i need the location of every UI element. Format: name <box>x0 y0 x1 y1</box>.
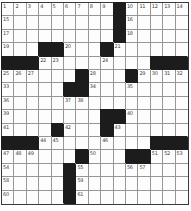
clue-number: 54 <box>3 164 9 170</box>
cell-r14c8[interactable] <box>89 177 101 190</box>
clue-number: 35 <box>127 83 133 89</box>
cell-r7c10[interactable] <box>114 83 126 96</box>
cell-r13c1[interactable]: 54 <box>2 164 14 177</box>
clue-number: 37 <box>65 97 71 103</box>
cell-r10c15[interactable] <box>176 124 188 137</box>
cell-r3c13[interactable] <box>151 30 163 43</box>
cell-r14c1[interactable]: 58 <box>2 177 14 190</box>
black-cell-r15c6 <box>64 191 76 204</box>
clue-number: 39 <box>3 110 9 116</box>
black-cell-r11c2 <box>14 137 26 150</box>
cell-r11c6[interactable] <box>64 137 76 150</box>
cell-r11c11[interactable] <box>126 137 138 150</box>
clue-number: 58 <box>3 177 9 183</box>
cell-r5c4[interactable]: 22 <box>39 57 51 70</box>
clue-number: 2 <box>15 3 18 9</box>
cell-r3c12[interactable] <box>138 30 150 43</box>
cell-r3c14[interactable] <box>163 30 175 43</box>
cell-r15c9[interactable] <box>101 191 113 204</box>
black-cell-r13c6 <box>64 164 76 177</box>
black-cell-r11c14 <box>163 137 175 150</box>
cell-r13c7[interactable]: 55 <box>76 164 88 177</box>
cell-r12c5[interactable] <box>52 150 64 163</box>
cell-r10c13[interactable] <box>151 124 163 137</box>
clue-number: 43 <box>115 124 121 130</box>
cell-r13c10[interactable] <box>114 164 126 177</box>
cell-r4c13[interactable] <box>151 43 163 56</box>
cell-r2c2[interactable] <box>14 16 26 29</box>
black-cell-r4c9 <box>101 43 113 56</box>
cell-r9c6[interactable] <box>64 110 76 123</box>
cell-r11c9[interactable]: 46 <box>101 137 113 150</box>
cell-r2c12[interactable] <box>138 16 150 29</box>
clue-number: 26 <box>15 70 21 76</box>
cell-r13c11[interactable]: 56 <box>126 164 138 177</box>
cell-r7c12[interactable] <box>138 83 150 96</box>
crossword-grid: 1234567891011121314151617181920212223242… <box>1 2 189 205</box>
cell-r9c4[interactable] <box>39 110 51 123</box>
clue-number: 31 <box>164 70 170 76</box>
cell-r10c6[interactable]: 42 <box>64 124 76 137</box>
cell-r15c4[interactable] <box>39 191 51 204</box>
cell-r2c9[interactable] <box>101 16 113 29</box>
black-cell-r9c9 <box>101 110 113 123</box>
cell-r10c7[interactable] <box>76 124 88 137</box>
cell-r15c11[interactable] <box>126 191 138 204</box>
cell-r9c15[interactable] <box>176 110 188 123</box>
cell-r9c1[interactable]: 39 <box>2 110 14 123</box>
cell-r10c10[interactable]: 43 <box>114 124 126 137</box>
cell-r14c2[interactable] <box>14 177 26 190</box>
cell-r6c1[interactable]: 25 <box>2 70 14 83</box>
cell-r2c11[interactable]: 16 <box>126 16 138 29</box>
cell-r13c15[interactable] <box>176 164 188 177</box>
clue-number: 50 <box>90 150 96 156</box>
black-cell-r11c15 <box>176 137 188 150</box>
cell-r8c12[interactable] <box>138 97 150 110</box>
cell-r4c11[interactable] <box>126 43 138 56</box>
cell-r1c1[interactable]: 1 <box>2 3 14 16</box>
cell-r3c9[interactable] <box>101 30 113 43</box>
black-cell-r6c7 <box>76 70 88 83</box>
cell-r12c15[interactable]: 53 <box>176 150 188 163</box>
cell-r4c14[interactable] <box>163 43 175 56</box>
cell-r7c15[interactable] <box>176 83 188 96</box>
cell-r3c8[interactable] <box>89 30 101 43</box>
clue-number: 44 <box>40 137 46 143</box>
cell-r15c1[interactable]: 60 <box>2 191 14 204</box>
clue-number: 19 <box>3 43 9 49</box>
clue-number: 11 <box>139 3 145 9</box>
cell-r9c2[interactable] <box>14 110 26 123</box>
clue-number: 45 <box>53 137 59 143</box>
cell-r7c5[interactable] <box>52 83 64 96</box>
clue-number: 51 <box>152 150 158 156</box>
clue-number: 18 <box>127 30 133 36</box>
cell-r15c3[interactable] <box>27 191 39 204</box>
cell-r14c11[interactable] <box>126 177 138 190</box>
cell-r1c3[interactable]: 3 <box>27 3 39 16</box>
cell-r8c14[interactable] <box>163 97 175 110</box>
cell-r1c5[interactable]: 5 <box>52 3 64 16</box>
cell-r6c3[interactable]: 27 <box>27 70 39 83</box>
cell-r13c8[interactable] <box>89 164 101 177</box>
cell-r1c13[interactable]: 12 <box>151 3 163 16</box>
clue-number: 22 <box>40 57 46 63</box>
black-cell-r11c1 <box>2 137 14 150</box>
cell-r15c15[interactable] <box>176 191 188 204</box>
cell-r12c13[interactable]: 51 <box>151 150 163 163</box>
cell-r10c3[interactable] <box>27 124 39 137</box>
cell-r15c7[interactable]: 61 <box>76 191 88 204</box>
cell-r8c5[interactable] <box>52 97 64 110</box>
cell-r14c5[interactable] <box>52 177 64 190</box>
cell-r1c14[interactable]: 13 <box>163 3 175 16</box>
clue-number: 47 <box>3 150 9 156</box>
clue-number: 20 <box>65 43 71 49</box>
clue-number: 59 <box>77 177 83 183</box>
cell-r10c11[interactable] <box>126 124 138 137</box>
clue-number: 56 <box>127 164 133 170</box>
cell-r4c15[interactable] <box>176 43 188 56</box>
black-cell-r14c6 <box>64 177 76 190</box>
cell-r6c4[interactable] <box>39 70 51 83</box>
cell-r2c4[interactable] <box>39 16 51 29</box>
cell-r9c8[interactable] <box>89 110 101 123</box>
cell-r14c9[interactable] <box>101 177 113 190</box>
clue-number: 48 <box>15 150 21 156</box>
clue-number: 21 <box>115 43 121 49</box>
black-cell-r12c12 <box>138 150 150 163</box>
clue-number: 46 <box>102 137 108 143</box>
cell-r8c1[interactable]: 36 <box>2 97 14 110</box>
cell-r5c7[interactable] <box>76 57 88 70</box>
black-cell-r11c13 <box>151 137 163 150</box>
clue-number: 17 <box>3 30 9 36</box>
cell-r12c10[interactable] <box>114 150 126 163</box>
cell-r6c6[interactable] <box>64 70 76 83</box>
clue-number: 30 <box>152 70 158 76</box>
cell-r6c9[interactable] <box>101 70 113 83</box>
black-cell-r5c2 <box>14 57 26 70</box>
cell-r8c15[interactable] <box>176 97 188 110</box>
clue-number: 61 <box>77 191 83 197</box>
clue-number: 25 <box>3 70 9 76</box>
black-cell-r7c6 <box>64 83 76 96</box>
cell-r4c1[interactable]: 19 <box>2 43 14 56</box>
black-cell-r11c3 <box>27 137 39 150</box>
clue-number: 41 <box>3 124 9 130</box>
clue-number: 29 <box>139 70 145 76</box>
clue-number: 16 <box>127 16 133 22</box>
cell-r1c9[interactable]: 9 <box>101 3 113 16</box>
black-cell-r5c14 <box>163 57 175 70</box>
cell-r8c3[interactable] <box>27 97 39 110</box>
cell-r2c15[interactable] <box>176 16 188 29</box>
black-cell-r4c4 <box>39 43 51 56</box>
cell-r13c13[interactable] <box>151 164 163 177</box>
cell-r13c3[interactable] <box>27 164 39 177</box>
clue-number: 32 <box>177 70 183 76</box>
cell-r1c15[interactable]: 14 <box>176 3 188 16</box>
cell-r5c6[interactable] <box>64 57 76 70</box>
clue-number: 34 <box>90 83 96 89</box>
clue-number: 33 <box>3 83 9 89</box>
black-cell-r1c10 <box>114 3 126 16</box>
cell-r7c8[interactable]: 34 <box>89 83 101 96</box>
cell-r13c2[interactable] <box>14 164 26 177</box>
black-cell-r5c3 <box>27 57 39 70</box>
clue-number: 3 <box>28 3 31 9</box>
cell-r15c2[interactable] <box>14 191 26 204</box>
clue-number: 4 <box>40 3 43 9</box>
cell-r1c12[interactable]: 11 <box>138 3 150 16</box>
cell-r13c9[interactable] <box>101 164 113 177</box>
cell-r10c4[interactable] <box>39 124 51 137</box>
cell-r10c14[interactable] <box>163 124 175 137</box>
cell-r5c8[interactable] <box>89 57 101 70</box>
cell-r4c10[interactable]: 21 <box>114 43 126 56</box>
cell-r10c8[interactable] <box>89 124 101 137</box>
cell-r7c13[interactable] <box>151 83 163 96</box>
black-cell-r2c10 <box>114 16 126 29</box>
cell-r12c4[interactable] <box>39 150 51 163</box>
clue-number: 5 <box>53 3 56 9</box>
cell-r12c8[interactable]: 50 <box>89 150 101 163</box>
cell-r9c12[interactable] <box>138 110 150 123</box>
cell-r9c5[interactable] <box>52 110 64 123</box>
cell-r8c11[interactable] <box>126 97 138 110</box>
cell-r13c14[interactable] <box>163 164 175 177</box>
cell-r4c3[interactable] <box>27 43 39 56</box>
clue-number: 42 <box>65 124 71 130</box>
cell-r3c15[interactable] <box>176 30 188 43</box>
cell-r12c2[interactable]: 48 <box>14 150 26 163</box>
cell-r6c10[interactable] <box>114 70 126 83</box>
cell-r1c6[interactable]: 6 <box>64 3 76 16</box>
cell-r15c8[interactable] <box>89 191 101 204</box>
cell-r12c14[interactable]: 52 <box>163 150 175 163</box>
clue-number: 27 <box>28 70 34 76</box>
cell-r7c3[interactable] <box>27 83 39 96</box>
cell-r14c7[interactable]: 59 <box>76 177 88 190</box>
cell-r12c3[interactable]: 49 <box>27 150 39 163</box>
cell-r1c7[interactable]: 7 <box>76 3 88 16</box>
cell-r4c7[interactable] <box>76 43 88 56</box>
black-cell-r4c5 <box>52 43 64 56</box>
cell-r3c1[interactable]: 17 <box>2 30 14 43</box>
cell-r2c13[interactable] <box>151 16 163 29</box>
clue-number: 36 <box>3 97 9 103</box>
cell-r3c11[interactable]: 18 <box>126 30 138 43</box>
cell-r13c5[interactable] <box>52 164 64 177</box>
cell-r1c8[interactable]: 8 <box>89 3 101 16</box>
cell-r14c12[interactable] <box>138 177 150 190</box>
cell-r15c14[interactable] <box>163 191 175 204</box>
cell-r8c13[interactable] <box>151 97 163 110</box>
clue-number: 40 <box>127 110 133 116</box>
clue-number: 60 <box>3 191 9 197</box>
clue-number: 14 <box>177 3 183 9</box>
cell-r7c4[interactable] <box>39 83 51 96</box>
cell-r3c3[interactable] <box>27 30 39 43</box>
cell-r6c12[interactable]: 29 <box>138 70 150 83</box>
black-cell-r10c5 <box>52 124 64 137</box>
clue-number: 57 <box>139 164 145 170</box>
cell-r11c7[interactable] <box>76 137 88 150</box>
cell-r2c14[interactable] <box>163 16 175 29</box>
cell-r8c4[interactable] <box>39 97 51 110</box>
cell-r11c5[interactable]: 45 <box>52 137 64 150</box>
clue-number: 7 <box>77 3 80 9</box>
cell-r7c11[interactable]: 35 <box>126 83 138 96</box>
cell-r14c4[interactable] <box>39 177 51 190</box>
cell-r4c6[interactable]: 20 <box>64 43 76 56</box>
cell-r9c3[interactable] <box>27 110 39 123</box>
cell-r7c9[interactable] <box>101 83 113 96</box>
clue-number: 8 <box>90 3 93 9</box>
cell-r5c9[interactable]: 24 <box>101 57 113 70</box>
cell-r15c13[interactable] <box>151 191 163 204</box>
cell-r10c12[interactable] <box>138 124 150 137</box>
cell-r2c6[interactable] <box>64 16 76 29</box>
cell-r13c12[interactable]: 57 <box>138 164 150 177</box>
clue-number: 23 <box>53 57 59 63</box>
cell-r6c2[interactable]: 26 <box>14 70 26 83</box>
cell-r14c15[interactable] <box>176 177 188 190</box>
cell-r11c4[interactable]: 44 <box>39 137 51 150</box>
cell-r7c2[interactable] <box>14 83 26 96</box>
cell-r9c14[interactable] <box>163 110 175 123</box>
clue-number: 13 <box>164 3 170 9</box>
cell-r10c1[interactable]: 41 <box>2 124 14 137</box>
cell-r7c14[interactable] <box>163 83 175 96</box>
cell-r10c2[interactable] <box>14 124 26 137</box>
cell-r14c13[interactable] <box>151 177 163 190</box>
black-cell-r7c7 <box>76 83 88 96</box>
cell-r7c1[interactable]: 33 <box>2 83 14 96</box>
cell-r6c14[interactable]: 31 <box>163 70 175 83</box>
clue-number: 15 <box>3 16 9 22</box>
cell-r6c13[interactable]: 30 <box>151 70 163 83</box>
cell-r6c15[interactable]: 32 <box>176 70 188 83</box>
cell-r12c1[interactable]: 47 <box>2 150 14 163</box>
black-cell-r12c11 <box>126 150 138 163</box>
black-cell-r5c1 <box>2 57 14 70</box>
cell-r9c11[interactable]: 40 <box>126 110 138 123</box>
cell-r2c3[interactable] <box>27 16 39 29</box>
cell-r1c4[interactable]: 4 <box>39 3 51 16</box>
cell-r3c2[interactable] <box>14 30 26 43</box>
cell-r12c6[interactable] <box>64 150 76 163</box>
cell-r15c12[interactable] <box>138 191 150 204</box>
cell-r15c5[interactable] <box>52 191 64 204</box>
black-cell-r3c10 <box>114 30 126 43</box>
cell-r5c12[interactable] <box>138 57 150 70</box>
cell-r4c8[interactable] <box>89 43 101 56</box>
cell-r12c9[interactable] <box>101 150 113 163</box>
cell-r8c7[interactable]: 38 <box>76 97 88 110</box>
clue-number: 10 <box>127 3 133 9</box>
cell-r14c10[interactable] <box>114 177 126 190</box>
black-cell-r10c9 <box>101 124 113 137</box>
cell-r5c5[interactable]: 23 <box>52 57 64 70</box>
clue-number: 6 <box>65 3 68 9</box>
cell-r6c5[interactable] <box>52 70 64 83</box>
black-cell-r9c10 <box>114 110 126 123</box>
cell-r9c7[interactable] <box>76 110 88 123</box>
cell-r5c11[interactable] <box>126 57 138 70</box>
cell-r6c8[interactable]: 28 <box>89 70 101 83</box>
clue-number: 49 <box>28 150 34 156</box>
cell-r11c10[interactable] <box>114 137 126 150</box>
clue-number: 1 <box>3 3 6 9</box>
cell-r3c7[interactable] <box>76 30 88 43</box>
cell-r11c12[interactable] <box>138 137 150 150</box>
clue-number: 38 <box>77 97 83 103</box>
clue-number: 55 <box>77 164 83 170</box>
cell-r8c9[interactable] <box>101 97 113 110</box>
cell-r1c2[interactable]: 2 <box>14 3 26 16</box>
cell-r8c10[interactable] <box>114 97 126 110</box>
cell-r15c10[interactable] <box>114 191 126 204</box>
cell-r3c4[interactable] <box>39 30 51 43</box>
cell-r14c14[interactable] <box>163 177 175 190</box>
cell-r3c5[interactable] <box>52 30 64 43</box>
cell-r8c2[interactable] <box>14 97 26 110</box>
clue-number: 52 <box>164 150 170 156</box>
black-cell-r5c15 <box>176 57 188 70</box>
black-cell-r12c7 <box>76 150 88 163</box>
cell-r8c6[interactable]: 37 <box>64 97 76 110</box>
cell-r8c8[interactable] <box>89 97 101 110</box>
cell-r14c3[interactable] <box>27 177 39 190</box>
cell-r4c2[interactable] <box>14 43 26 56</box>
cell-r4c12[interactable] <box>138 43 150 56</box>
cell-r1c11[interactable]: 10 <box>126 3 138 16</box>
cell-r2c5[interactable] <box>52 16 64 29</box>
cell-r11c8[interactable] <box>89 137 101 150</box>
cell-r13c4[interactable] <box>39 164 51 177</box>
cell-r2c8[interactable] <box>89 16 101 29</box>
clue-number: 53 <box>177 150 183 156</box>
cell-r2c7[interactable] <box>76 16 88 29</box>
cell-r9c13[interactable] <box>151 110 163 123</box>
black-cell-r5c13 <box>151 57 163 70</box>
clue-number: 12 <box>152 3 158 9</box>
cell-r3c6[interactable] <box>64 30 76 43</box>
clue-number: 28 <box>90 70 96 76</box>
clue-number: 24 <box>102 57 108 63</box>
clue-number: 9 <box>102 3 105 9</box>
cell-r2c1[interactable]: 15 <box>2 16 14 29</box>
black-cell-r6c11 <box>126 70 138 83</box>
cell-r5c10[interactable] <box>114 57 126 70</box>
